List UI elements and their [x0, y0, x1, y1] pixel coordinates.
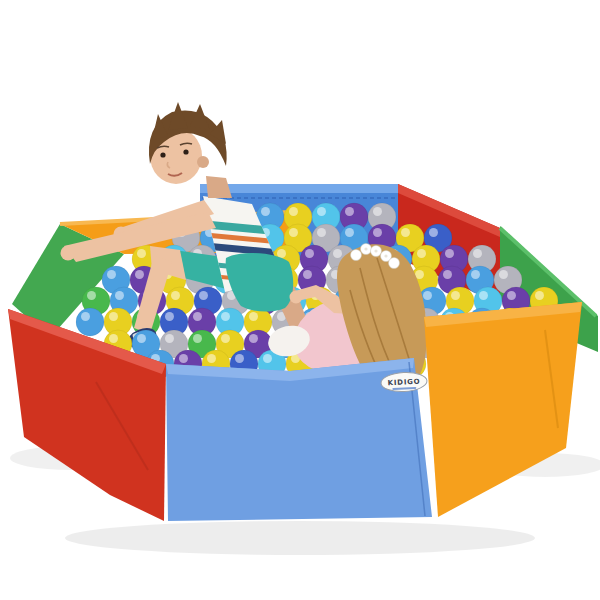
- ball-highlight: [263, 354, 272, 363]
- ball-highlight: [401, 228, 410, 237]
- ball-highlight: [289, 207, 298, 216]
- ball-highlight: [479, 291, 488, 300]
- ball-highlight: [199, 291, 208, 300]
- ball-highlight: [249, 334, 258, 343]
- ball-highlight: [417, 249, 426, 258]
- flower: [351, 250, 362, 261]
- ball: [76, 308, 104, 336]
- ball-highlight: [443, 270, 452, 279]
- ball-highlight: [499, 270, 508, 279]
- ball-highlight: [165, 312, 174, 321]
- ball-highlight: [507, 291, 516, 300]
- ball-highlight: [135, 270, 144, 279]
- ball-highlight: [193, 312, 202, 321]
- ball-highlight: [473, 249, 482, 258]
- ball-highlight: [171, 291, 180, 300]
- ball-highlight: [289, 228, 298, 237]
- ball-highlight: [137, 334, 146, 343]
- ball-highlight: [445, 249, 454, 258]
- flower-center: [364, 247, 367, 250]
- ball-highlight: [451, 291, 460, 300]
- ball-highlight: [345, 228, 354, 237]
- ball-highlight: [81, 312, 90, 321]
- ball-highlight: [87, 291, 96, 300]
- ball-highlight: [109, 334, 118, 343]
- ball-highlight: [305, 249, 314, 258]
- ball-highlight: [137, 249, 146, 258]
- ball-highlight: [107, 270, 116, 279]
- ball-highlight: [373, 207, 382, 216]
- boy-eye-right: [183, 149, 188, 154]
- ball-highlight: [345, 207, 354, 216]
- ball-highlight: [179, 354, 188, 363]
- flower: [389, 258, 400, 269]
- boy-hand-left: [61, 246, 76, 261]
- ball-highlight: [317, 207, 326, 216]
- ball-highlight: [235, 354, 244, 363]
- ball-highlight: [535, 291, 544, 300]
- ball-highlight: [249, 312, 258, 321]
- ball-highlight: [333, 249, 342, 258]
- girl-hand: [290, 291, 303, 304]
- ball-highlight: [109, 312, 118, 321]
- ball-highlight: [221, 334, 230, 343]
- ball-highlight: [221, 312, 230, 321]
- flower-center: [384, 254, 387, 257]
- boy-ear: [197, 156, 209, 168]
- ball-highlight: [423, 291, 432, 300]
- ball-highlight: [317, 228, 326, 237]
- ball-highlight: [115, 291, 124, 300]
- ball-pit-photo: KIDIGO: [0, 0, 600, 600]
- ball-highlight: [165, 334, 174, 343]
- boy-eye-left: [160, 152, 165, 157]
- ball-highlight: [303, 270, 312, 279]
- flower-center: [374, 249, 377, 252]
- ball-highlight: [193, 334, 202, 343]
- ball-highlight: [207, 354, 216, 363]
- ball-highlight: [471, 270, 480, 279]
- ball-highlight: [373, 228, 382, 237]
- shadow-front: [65, 521, 535, 555]
- scene-canvas: KIDIGO: [0, 0, 600, 600]
- ball-highlight: [429, 228, 438, 237]
- ball-highlight: [261, 207, 270, 216]
- ball-highlight: [277, 249, 286, 258]
